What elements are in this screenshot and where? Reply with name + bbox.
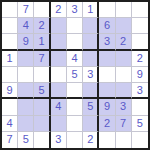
- cell-r1c7[interactable]: [99, 2, 115, 18]
- cell-r1c3[interactable]: [34, 2, 50, 18]
- cell-r4c5[interactable]: 4: [67, 51, 83, 67]
- cell-r3c9[interactable]: [132, 34, 148, 50]
- cell-r3c6[interactable]: [83, 34, 99, 50]
- cell-r5c1[interactable]: [2, 67, 18, 83]
- cell-r9c4[interactable]: 3: [51, 132, 67, 148]
- cell-r4c1[interactable]: 1: [2, 51, 18, 67]
- cell-r9c7[interactable]: [99, 132, 115, 148]
- cell-r8c1[interactable]: 4: [2, 116, 18, 132]
- cell-r3c7[interactable]: 3: [99, 34, 115, 50]
- cell-r2c3[interactable]: 2: [34, 18, 50, 34]
- cell-r4c3[interactable]: 7: [34, 51, 50, 67]
- cell-r9c5[interactable]: [67, 132, 83, 148]
- cell-r1c1[interactable]: [2, 2, 18, 18]
- cell-r4c9[interactable]: 2: [132, 51, 148, 67]
- cell-r3c4[interactable]: [51, 34, 67, 50]
- cell-r7c6[interactable]: 5: [83, 99, 99, 115]
- cell-r6c9[interactable]: 3: [132, 83, 148, 99]
- cell-r6c3[interactable]: 5: [34, 83, 50, 99]
- cell-r1c8[interactable]: [116, 2, 132, 18]
- cell-r1c5[interactable]: 3: [67, 2, 83, 18]
- cell-r1c2[interactable]: 7: [18, 2, 34, 18]
- cell-r1c9[interactable]: [132, 2, 148, 18]
- cell-r8c8[interactable]: 7: [116, 116, 132, 132]
- cell-r5c8[interactable]: [116, 67, 132, 83]
- cell-r3c5[interactable]: [67, 34, 83, 50]
- cell-r3c8[interactable]: 2: [116, 34, 132, 50]
- cell-r8c7[interactable]: 2: [99, 116, 115, 132]
- cell-r7c4[interactable]: 4: [51, 99, 67, 115]
- cell-r9c3[interactable]: [34, 132, 50, 148]
- cell-r3c2[interactable]: 9: [18, 34, 34, 50]
- cell-r9c9[interactable]: [132, 132, 148, 148]
- cell-r8c5[interactable]: [67, 116, 83, 132]
- cell-r4c7[interactable]: [99, 51, 115, 67]
- cell-r8c9[interactable]: 5: [132, 116, 148, 132]
- cell-r5c5[interactable]: 5: [67, 67, 83, 83]
- cell-r7c2[interactable]: [18, 99, 34, 115]
- cell-r1c4[interactable]: 2: [51, 2, 67, 18]
- cell-r2c9[interactable]: [132, 18, 148, 34]
- cell-r6c4[interactable]: [51, 83, 67, 99]
- cell-r7c3[interactable]: [34, 99, 50, 115]
- cell-r7c9[interactable]: [132, 99, 148, 115]
- cell-r7c1[interactable]: [2, 99, 18, 115]
- cell-r5c6[interactable]: 3: [83, 67, 99, 83]
- cell-r7c7[interactable]: 9: [99, 99, 115, 115]
- cell-r4c6[interactable]: [83, 51, 99, 67]
- cell-r5c7[interactable]: [99, 67, 115, 83]
- cell-r6c7[interactable]: [99, 83, 115, 99]
- cell-r2c5[interactable]: [67, 18, 83, 34]
- cell-r4c4[interactable]: [51, 51, 67, 67]
- cell-r9c1[interactable]: 7: [2, 132, 18, 148]
- cell-r8c3[interactable]: [34, 116, 50, 132]
- cell-r2c8[interactable]: [116, 18, 132, 34]
- cell-r6c8[interactable]: [116, 83, 132, 99]
- cell-r2c6[interactable]: [83, 18, 99, 34]
- cell-r7c8[interactable]: 3: [116, 99, 132, 115]
- cell-r5c9[interactable]: 9: [132, 67, 148, 83]
- cell-r7c5[interactable]: [67, 99, 83, 115]
- cell-r8c4[interactable]: [51, 116, 67, 132]
- cell-r8c6[interactable]: [83, 116, 99, 132]
- cell-r8c2[interactable]: [18, 116, 34, 132]
- cell-r2c7[interactable]: 6: [99, 18, 115, 34]
- cell-r4c2[interactable]: [18, 51, 34, 67]
- cell-r9c8[interactable]: [116, 132, 132, 148]
- cell-r3c3[interactable]: 1: [34, 34, 50, 50]
- cell-r3c1[interactable]: [2, 34, 18, 50]
- cell-r5c2[interactable]: [18, 67, 34, 83]
- cell-r6c1[interactable]: 9: [2, 83, 18, 99]
- cell-r5c4[interactable]: [51, 67, 67, 83]
- cell-r6c5[interactable]: [67, 83, 83, 99]
- cell-r1c6[interactable]: 1: [83, 2, 99, 18]
- cell-r2c1[interactable]: [2, 18, 18, 34]
- cell-r4c8[interactable]: [116, 51, 132, 67]
- sudoku-board: 723142691321742539953459342757532: [0, 0, 150, 150]
- cell-r6c2[interactable]: [18, 83, 34, 99]
- cell-r5c3[interactable]: [34, 67, 50, 83]
- cell-r9c6[interactable]: 2: [83, 132, 99, 148]
- cell-r2c4[interactable]: [51, 18, 67, 34]
- cell-r2c2[interactable]: 4: [18, 18, 34, 34]
- cell-r9c2[interactable]: 5: [18, 132, 34, 148]
- cell-r6c6[interactable]: [83, 83, 99, 99]
